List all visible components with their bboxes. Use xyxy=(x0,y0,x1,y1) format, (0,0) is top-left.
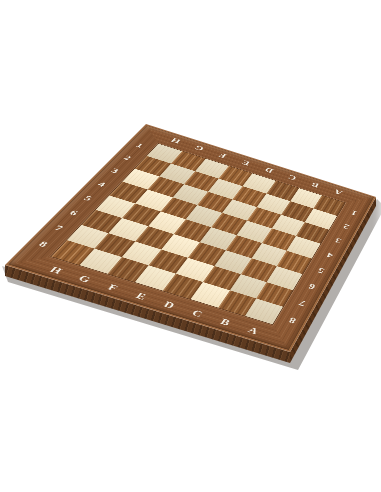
product-photo-stage: HH11GG22FF33EE44DD55CC66BB77AA88 xyxy=(0,0,381,492)
